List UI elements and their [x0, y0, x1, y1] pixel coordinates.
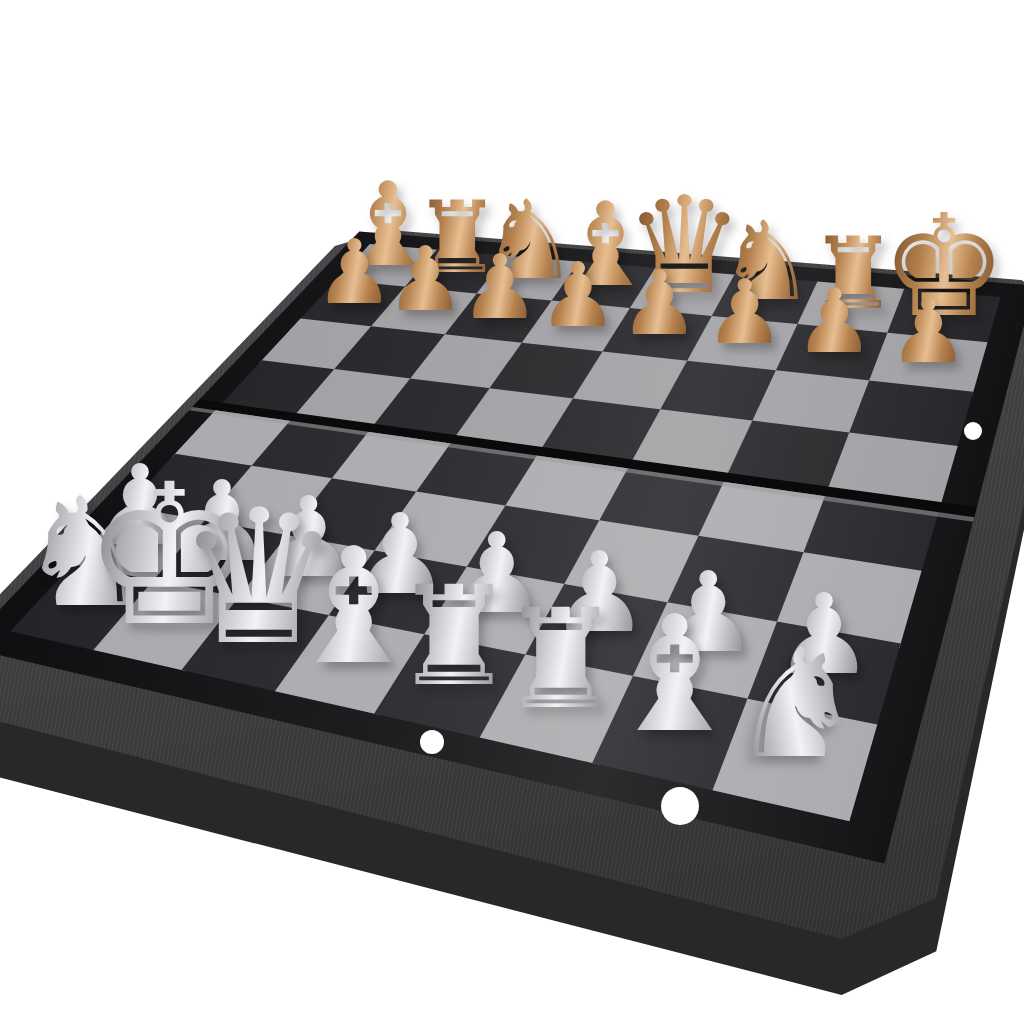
base-notch-1 [661, 787, 699, 825]
piece-silver-rook-e1[interactable]: ♜ [392, 568, 515, 705]
base-notch-3 [964, 422, 982, 440]
piece-gold-pawn-b7[interactable]: ♟ [386, 236, 466, 325]
base-notch-2 [420, 730, 444, 754]
piece-silver-knight-h1[interactable]: ♞ [728, 629, 863, 780]
chess-set-scene: ♝♜♞♝♛♞♜♚♟♟♟♟♟♟♟♟♟♟♟♟♟♟♟♟♞♚♛♝♜♜♝♞ [0, 0, 1024, 1024]
piece-gold-pawn-e7[interactable]: ♟ [619, 259, 699, 348]
piece-gold-pawn-h7[interactable]: ♟ [888, 287, 968, 376]
piece-silver-bishop-g1[interactable]: ♝ [603, 595, 746, 755]
piece-gold-pawn-a7[interactable]: ♟ [314, 228, 394, 317]
piece-gold-pawn-c7[interactable]: ♟ [460, 243, 540, 332]
piece-gold-pawn-d7[interactable]: ♟ [538, 251, 618, 340]
piece-gold-pawn-f7[interactable]: ♟ [705, 268, 785, 357]
piece-gold-pawn-g7[interactable]: ♟ [794, 277, 874, 366]
